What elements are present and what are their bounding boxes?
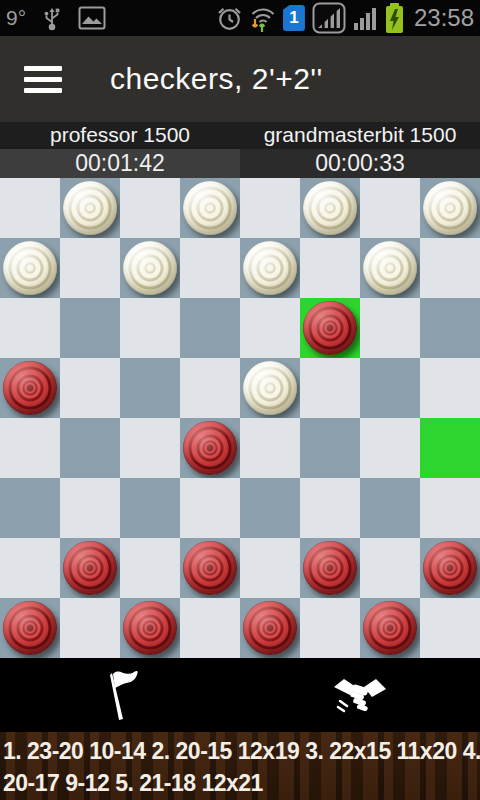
board-square[interactable] xyxy=(300,178,360,238)
white-piece[interactable] xyxy=(123,241,177,295)
player-clocks-row: 00:01:42 00:00:33 xyxy=(0,149,480,178)
board-square[interactable] xyxy=(240,238,300,298)
red-piece[interactable] xyxy=(3,361,57,415)
draw-offer-button[interactable] xyxy=(240,658,480,732)
board-square[interactable] xyxy=(0,478,60,538)
handshake-icon xyxy=(332,675,388,715)
resign-button[interactable] xyxy=(0,658,240,732)
white-piece[interactable] xyxy=(243,241,297,295)
white-piece[interactable] xyxy=(183,181,237,235)
board-square[interactable] xyxy=(120,478,180,538)
red-piece[interactable] xyxy=(183,541,237,595)
board-square[interactable] xyxy=(0,598,60,658)
board-square[interactable] xyxy=(120,238,180,298)
menu-icon[interactable] xyxy=(24,66,62,93)
board-square[interactable] xyxy=(0,358,60,418)
board-square[interactable] xyxy=(300,478,360,538)
red-piece[interactable] xyxy=(123,601,177,655)
action-bar xyxy=(0,658,480,732)
board-square[interactable] xyxy=(180,598,240,658)
board-square[interactable] xyxy=(300,418,360,478)
board-square[interactable] xyxy=(180,478,240,538)
red-player-name: grandmasterbit 1500 xyxy=(240,122,480,149)
board-square[interactable] xyxy=(420,238,480,298)
board-square[interactable] xyxy=(240,298,300,358)
board-square[interactable] xyxy=(120,298,180,358)
board-square[interactable] xyxy=(360,538,420,598)
white-player-clock: 00:01:42 xyxy=(0,149,240,178)
board-square[interactable] xyxy=(420,298,480,358)
page-title: checkers, 2'+2'' xyxy=(110,62,323,96)
board-square[interactable] xyxy=(60,178,120,238)
move-list[interactable]: 1. 23-20 10-14 2. 20-15 12x19 3. 22x15 1… xyxy=(0,732,480,800)
signal-icon xyxy=(353,5,379,31)
board-square[interactable] xyxy=(180,418,240,478)
board-square[interactable] xyxy=(360,358,420,418)
board-square[interactable] xyxy=(420,538,480,598)
roaming-signal-icon xyxy=(312,2,346,34)
board-square[interactable] xyxy=(180,538,240,598)
board-square[interactable] xyxy=(240,478,300,538)
board-square[interactable] xyxy=(0,538,60,598)
board-square[interactable] xyxy=(420,478,480,538)
red-piece[interactable] xyxy=(3,601,57,655)
white-piece[interactable] xyxy=(3,241,57,295)
clock-time: 23:58 xyxy=(414,4,474,32)
wifi-icon xyxy=(250,5,276,31)
board-square[interactable] xyxy=(420,598,480,658)
usb-icon xyxy=(42,5,62,31)
board-square[interactable] xyxy=(180,358,240,418)
board-square[interactable] xyxy=(180,178,240,238)
board-square[interactable] xyxy=(240,598,300,658)
battery-icon xyxy=(386,6,403,33)
board-square[interactable] xyxy=(240,418,300,478)
board-square[interactable] xyxy=(120,598,180,658)
board-square[interactable] xyxy=(120,358,180,418)
board-square[interactable] xyxy=(240,178,300,238)
board-square[interactable] xyxy=(60,478,120,538)
board-square[interactable] xyxy=(300,238,360,298)
board-square[interactable] xyxy=(60,598,120,658)
white-piece[interactable] xyxy=(63,181,117,235)
status-bar: 9° xyxy=(0,0,480,36)
white-piece[interactable] xyxy=(243,361,297,415)
board-square[interactable] xyxy=(360,238,420,298)
player-names-row: professor 1500 grandmasterbit 1500 xyxy=(0,122,480,149)
red-piece[interactable] xyxy=(183,421,237,475)
board-square[interactable] xyxy=(60,238,120,298)
board-square[interactable] xyxy=(180,298,240,358)
white-piece[interactable] xyxy=(303,181,357,235)
board-square[interactable] xyxy=(360,298,420,358)
alarm-icon xyxy=(216,5,243,32)
board-square[interactable] xyxy=(0,178,60,238)
board-square[interactable] xyxy=(360,178,420,238)
board-square[interactable] xyxy=(300,538,360,598)
flag-icon xyxy=(93,666,147,724)
board-square[interactable] xyxy=(420,358,480,418)
board-square[interactable] xyxy=(120,538,180,598)
board-square[interactable] xyxy=(180,238,240,298)
white-piece[interactable] xyxy=(423,181,477,235)
board-square[interactable] xyxy=(60,538,120,598)
app-bar: checkers, 2'+2'' xyxy=(0,36,480,122)
red-piece[interactable] xyxy=(303,301,357,355)
board-square[interactable] xyxy=(360,418,420,478)
board-square[interactable] xyxy=(420,178,480,238)
move-list-line: 1. 23-20 10-14 2. 20-15 12x19 3. 22x15 1… xyxy=(3,735,477,767)
temperature: 9° xyxy=(6,6,26,30)
board-square[interactable] xyxy=(120,178,180,238)
board-square[interactable] xyxy=(420,418,480,478)
red-piece[interactable] xyxy=(243,601,297,655)
board-square[interactable] xyxy=(240,358,300,418)
board-square[interactable] xyxy=(60,418,120,478)
board-square[interactable] xyxy=(0,418,60,478)
white-player-name: professor 1500 xyxy=(0,122,240,149)
board-square[interactable] xyxy=(300,358,360,418)
checkers-board xyxy=(0,178,480,658)
board-square[interactable] xyxy=(300,598,360,658)
red-piece[interactable] xyxy=(63,541,117,595)
red-piece[interactable] xyxy=(363,601,417,655)
board-square[interactable] xyxy=(240,538,300,598)
board-square[interactable] xyxy=(0,298,60,358)
sim-icon: 1 xyxy=(283,5,305,31)
red-player-clock: 00:00:33 xyxy=(240,149,480,178)
board-square[interactable] xyxy=(300,298,360,358)
board-square[interactable] xyxy=(0,238,60,298)
board-square[interactable] xyxy=(360,598,420,658)
board-square[interactable] xyxy=(60,298,120,358)
board-square[interactable] xyxy=(120,418,180,478)
board-square[interactable] xyxy=(60,358,120,418)
move-list-line: 20-17 9-12 5. 21-18 12x21 xyxy=(3,767,477,799)
red-piece[interactable] xyxy=(303,541,357,595)
sim-badge: 1 xyxy=(289,8,298,28)
white-piece[interactable] xyxy=(363,241,417,295)
gallery-icon xyxy=(78,6,106,30)
board-square[interactable] xyxy=(360,478,420,538)
red-piece[interactable] xyxy=(423,541,477,595)
